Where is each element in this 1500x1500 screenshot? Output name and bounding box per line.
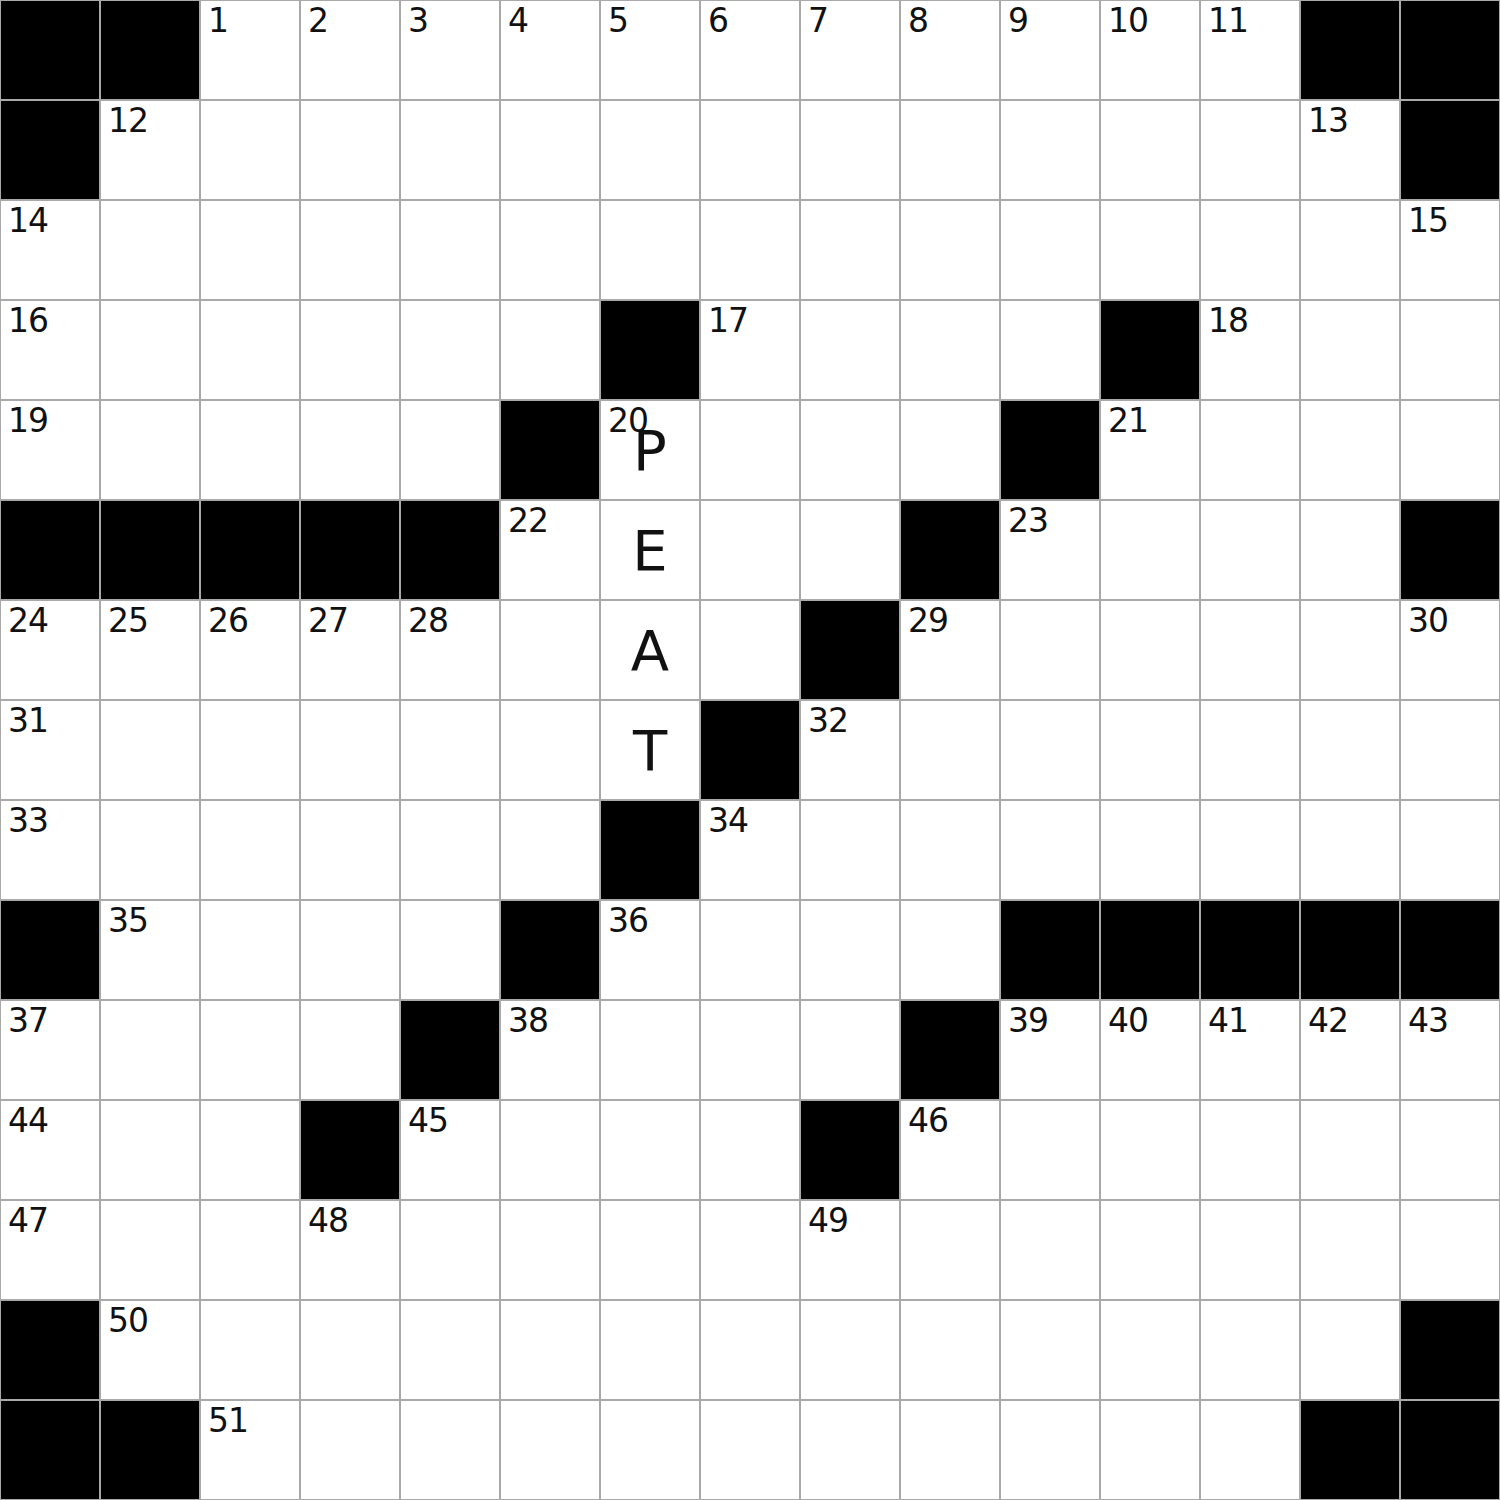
cell-r4-c14[interactable]: [1300, 300, 1400, 400]
cell-r10-c2[interactable]: 35: [100, 900, 200, 1000]
cell-r12-c12[interactable]: [1100, 1100, 1200, 1200]
cell-r11-c3[interactable]: [200, 1000, 300, 1100]
cell-r2-c3[interactable]: [200, 100, 300, 200]
clue-number: 36: [608, 904, 648, 939]
cell-r11-c12[interactable]: 40: [1100, 1000, 1200, 1100]
cell-r8-c13[interactable]: [1200, 700, 1300, 800]
cell-r8-c14[interactable]: [1300, 700, 1400, 800]
cell-r12-c9: [800, 1100, 900, 1200]
cell-r1-c15: [1400, 0, 1500, 100]
clue-number: 17: [708, 304, 748, 339]
cell-r1-c5[interactable]: 3: [400, 0, 500, 100]
cell-r15-c14: [1300, 1400, 1400, 1500]
cell-r13-c2[interactable]: [100, 1200, 200, 1300]
cell-r2-c10[interactable]: [900, 100, 1000, 200]
cell-r4-c13[interactable]: 18: [1200, 300, 1300, 400]
cell-r12-c5[interactable]: 45: [400, 1100, 500, 1200]
cell-r9-c2[interactable]: [100, 800, 200, 900]
cell-r11-c8[interactable]: [700, 1000, 800, 1100]
cell-r11-c14[interactable]: 42: [1300, 1000, 1400, 1100]
cell-r6-c14[interactable]: [1300, 500, 1400, 600]
cell-r15-c13[interactable]: [1200, 1400, 1300, 1500]
cell-r13-c15[interactable]: [1400, 1200, 1500, 1300]
cell-r11-c11[interactable]: 39: [1000, 1000, 1100, 1100]
cell-r10-c3[interactable]: [200, 900, 300, 1000]
cell-r12-c1[interactable]: 44: [0, 1100, 100, 1200]
cell-r3-c4[interactable]: [300, 200, 400, 300]
cell-r12-c13[interactable]: [1200, 1100, 1300, 1200]
cell-r11-c7[interactable]: [600, 1000, 700, 1100]
cell-r8-c11[interactable]: [1000, 700, 1100, 800]
cell-r1-c14: [1300, 0, 1400, 100]
cell-r13-c7[interactable]: [600, 1200, 700, 1300]
cell-r13-c3[interactable]: [200, 1200, 300, 1300]
cell-r9-c12[interactable]: [1100, 800, 1200, 900]
clue-number: 49: [808, 1204, 848, 1239]
cell-r9-c9[interactable]: [800, 800, 900, 900]
cell-r8-c4[interactable]: [300, 700, 400, 800]
cell-r3-c12[interactable]: [1100, 200, 1200, 300]
clue-number: 50: [108, 1304, 148, 1339]
clue-number: 44: [8, 1104, 48, 1139]
cell-r3-c3[interactable]: [200, 200, 300, 300]
cell-r12-c4: [300, 1100, 400, 1200]
clue-number: 13: [1308, 104, 1348, 139]
cell-r9-c3[interactable]: [200, 800, 300, 900]
cell-r14-c8[interactable]: [700, 1300, 800, 1400]
cell-r15-c15: [1400, 1400, 1500, 1500]
cell-r14-c14[interactable]: [1300, 1300, 1400, 1400]
cell-r7-c9: [800, 600, 900, 700]
clue-number: 40: [1108, 1004, 1148, 1039]
cell-r8-c10[interactable]: [900, 700, 1000, 800]
clue-number: 11: [1208, 4, 1248, 39]
cell-r5-c3[interactable]: [200, 400, 300, 500]
cell-r12-c3[interactable]: [200, 1100, 300, 1200]
cell-r11-c6[interactable]: 38: [500, 1000, 600, 1100]
clue-number: 41: [1208, 1004, 1248, 1039]
cell-r7-c1[interactable]: 24: [0, 600, 100, 700]
cell-r1-c9[interactable]: 7: [800, 0, 900, 100]
cell-r14-c6[interactable]: [500, 1300, 600, 1400]
cell-r6-c15: [1400, 500, 1500, 600]
cell-r6-c12[interactable]: [1100, 500, 1200, 600]
cell-r15-c2: [100, 1400, 200, 1500]
cell-r8-c6[interactable]: [500, 700, 600, 800]
clue-number: 9: [1008, 4, 1028, 39]
cell-r6-c9[interactable]: [800, 500, 900, 600]
clue-number: 32: [808, 704, 848, 739]
clue-number: 21: [1108, 404, 1148, 439]
cell-r5-c9[interactable]: [800, 400, 900, 500]
cell-r1-c4[interactable]: 2: [300, 0, 400, 100]
cell-r2-c9[interactable]: [800, 100, 900, 200]
cell-r10-c15: [1400, 900, 1500, 1000]
cell-r10-c5[interactable]: [400, 900, 500, 1000]
cell-r5-c12[interactable]: 21: [1100, 400, 1200, 500]
cell-r7-c13[interactable]: [1200, 600, 1300, 700]
cell-r9-c1[interactable]: 33: [0, 800, 100, 900]
cell-r8-c3[interactable]: [200, 700, 300, 800]
cell-r10-c10[interactable]: [900, 900, 1000, 1000]
cell-r13-c9[interactable]: 49: [800, 1200, 900, 1300]
cell-r15-c7[interactable]: [600, 1400, 700, 1500]
cell-r11-c2[interactable]: [100, 1000, 200, 1100]
cell-r9-c5[interactable]: [400, 800, 500, 900]
cell-r13-c4[interactable]: 48: [300, 1200, 400, 1300]
cell-r3-c15[interactable]: 15: [1400, 200, 1500, 300]
clue-number: 28: [408, 604, 448, 639]
cell-r9-c11[interactable]: [1000, 800, 1100, 900]
cell-r10-c4[interactable]: [300, 900, 400, 1000]
cell-r13-c12[interactable]: [1100, 1200, 1200, 1300]
cell-r3-c13[interactable]: [1200, 200, 1300, 300]
cell-r12-c11[interactable]: [1000, 1100, 1100, 1200]
cell-r4-c2[interactable]: [100, 300, 200, 400]
clue-number: 31: [8, 704, 48, 739]
cell-r15-c8[interactable]: [700, 1400, 800, 1500]
cell-r7-c6[interactable]: [500, 600, 600, 700]
cell-r6-c8[interactable]: [700, 500, 800, 600]
cell-r6-c2: [100, 500, 200, 600]
clue-number: 4: [508, 4, 528, 39]
cell-r5-c15[interactable]: [1400, 400, 1500, 500]
cell-r3-c8[interactable]: [700, 200, 800, 300]
cell-r3-c1[interactable]: 14: [0, 200, 100, 300]
cell-r3-c5[interactable]: [400, 200, 500, 300]
cell-r8-c8: [700, 700, 800, 800]
cell-r15-c12[interactable]: [1100, 1400, 1200, 1500]
cell-r4-c7: [600, 300, 700, 400]
cell-r4-c5[interactable]: [400, 300, 500, 400]
cell-r13-c1[interactable]: 47: [0, 1200, 100, 1300]
cell-r6-c10: [900, 500, 1000, 600]
clue-number: 42: [1308, 1004, 1348, 1039]
cell-r15-c11[interactable]: [1000, 1400, 1100, 1500]
cell-r11-c13[interactable]: 41: [1200, 1000, 1300, 1100]
cell-r6-c7[interactable]: E: [600, 500, 700, 600]
cell-r7-c12[interactable]: [1100, 600, 1200, 700]
cell-r6-c11[interactable]: 23: [1000, 500, 1100, 600]
cell-r11-c10: [900, 1000, 1000, 1100]
cell-r10-c9[interactable]: [800, 900, 900, 1000]
clue-number: 45: [408, 1104, 448, 1139]
cell-r1-c10[interactable]: 8: [900, 0, 1000, 100]
cell-r9-c7: [600, 800, 700, 900]
clue-number: 5: [608, 4, 628, 39]
cell-r10-c11: [1000, 900, 1100, 1000]
cell-r9-c8[interactable]: 34: [700, 800, 800, 900]
cell-r10-c6: [500, 900, 600, 1000]
cell-r1-c12[interactable]: 10: [1100, 0, 1200, 100]
clue-number: 35: [108, 904, 148, 939]
cell-r5-c14[interactable]: [1300, 400, 1400, 500]
cell-r3-c7[interactable]: [600, 200, 700, 300]
clue-number: 51: [208, 1404, 248, 1439]
cell-r10-c12: [1100, 900, 1200, 1000]
cell-r10-c7[interactable]: 36: [600, 900, 700, 1000]
clue-number: 47: [8, 1204, 48, 1239]
clue-number: 10: [1108, 4, 1148, 39]
cell-r3-c2[interactable]: [100, 200, 200, 300]
cell-r2-c4[interactable]: [300, 100, 400, 200]
cell-r5-c8[interactable]: [700, 400, 800, 500]
cell-r15-c9[interactable]: [800, 1400, 900, 1500]
cell-r6-c3: [200, 500, 300, 600]
cell-r1-c7[interactable]: 5: [600, 0, 700, 100]
cell-r14-c11[interactable]: [1000, 1300, 1100, 1400]
clue-number: 34: [708, 804, 748, 839]
cell-r8-c12[interactable]: [1100, 700, 1200, 800]
cell-r15-c1: [0, 1400, 100, 1500]
cell-r5-c7[interactable]: 20P: [600, 400, 700, 500]
clue-number: 3: [408, 4, 428, 39]
clue-number: 33: [8, 804, 48, 839]
cell-r7-c5[interactable]: 28: [400, 600, 500, 700]
cell-letter: E: [600, 500, 700, 600]
cell-r5-c1[interactable]: 19: [0, 400, 100, 500]
cell-r2-c11[interactable]: [1000, 100, 1100, 200]
cell-r4-c3[interactable]: [200, 300, 300, 400]
cell-r2-c7[interactable]: [600, 100, 700, 200]
cell-r2-c13[interactable]: [1200, 100, 1300, 200]
clue-number: 48: [308, 1204, 348, 1239]
cell-letter: T: [600, 700, 700, 800]
cell-r7-c4[interactable]: 27: [300, 600, 400, 700]
cell-r10-c8[interactable]: [700, 900, 800, 1000]
clue-number: 39: [1008, 1004, 1048, 1039]
cell-r14-c3[interactable]: [200, 1300, 300, 1400]
cell-r9-c4[interactable]: [300, 800, 400, 900]
cell-r5-c13[interactable]: [1200, 400, 1300, 500]
cell-r8-c5[interactable]: [400, 700, 500, 800]
clue-number: 14: [8, 204, 48, 239]
cell-r14-c9[interactable]: [800, 1300, 900, 1400]
cell-r5-c4[interactable]: [300, 400, 400, 500]
cell-r14-c1: [0, 1300, 100, 1400]
clue-number: 6: [708, 4, 728, 39]
cell-r7-c8[interactable]: [700, 600, 800, 700]
cell-r7-c7[interactable]: A: [600, 600, 700, 700]
cell-r4-c1[interactable]: 16: [0, 300, 100, 400]
cell-r3-c9[interactable]: [800, 200, 900, 300]
clue-number: 8: [908, 4, 928, 39]
cell-r5-c10[interactable]: [900, 400, 1000, 500]
clue-number: 43: [1408, 1004, 1448, 1039]
clue-number: 37: [8, 1004, 48, 1039]
cell-r4-c8[interactable]: 17: [700, 300, 800, 400]
cell-r13-c13[interactable]: [1200, 1200, 1300, 1300]
clue-number: 30: [1408, 604, 1448, 639]
crossword-grid: 1234567891011121314151617181920P2122E232…: [0, 0, 1500, 1500]
cell-r6-c1: [0, 500, 100, 600]
clue-number: 38: [508, 1004, 548, 1039]
cell-r1-c1: [0, 0, 100, 100]
cell-r13-c11[interactable]: [1000, 1200, 1100, 1300]
clue-number: 2: [308, 4, 328, 39]
cell-r14-c4[interactable]: [300, 1300, 400, 1400]
clue-number: 12: [108, 104, 148, 139]
cell-r2-c14[interactable]: 13: [1300, 100, 1400, 200]
cell-r10-c14: [1300, 900, 1400, 1000]
cell-r8-c15[interactable]: [1400, 700, 1500, 800]
cell-r14-c7[interactable]: [600, 1300, 700, 1400]
cell-r13-c6[interactable]: [500, 1200, 600, 1300]
cell-r5-c6: [500, 400, 600, 500]
cell-r12-c7[interactable]: [600, 1100, 700, 1200]
cell-r11-c5: [400, 1000, 500, 1100]
cell-r7-c15[interactable]: 30: [1400, 600, 1500, 700]
cell-r12-c6[interactable]: [500, 1100, 600, 1200]
cell-r6-c6[interactable]: 22: [500, 500, 600, 600]
cell-r9-c13[interactable]: [1200, 800, 1300, 900]
cell-r11-c4[interactable]: [300, 1000, 400, 1100]
clue-number: 7: [808, 4, 828, 39]
cell-r13-c10[interactable]: [900, 1200, 1000, 1300]
cell-r6-c13[interactable]: [1200, 500, 1300, 600]
clue-number: 29: [908, 604, 948, 639]
cell-r15-c6[interactable]: [500, 1400, 600, 1500]
cell-r14-c5[interactable]: [400, 1300, 500, 1400]
clue-number: 24: [8, 604, 48, 639]
cell-r5-c5[interactable]: [400, 400, 500, 500]
clue-number: 26: [208, 604, 248, 639]
clue-number: 1: [208, 4, 228, 39]
cell-r12-c2[interactable]: [100, 1100, 200, 1200]
cell-r1-c8[interactable]: 6: [700, 0, 800, 100]
cell-r9-c14[interactable]: [1300, 800, 1400, 900]
cell-r14-c12[interactable]: [1100, 1300, 1200, 1400]
cell-r8-c2[interactable]: [100, 700, 200, 800]
cell-r11-c1[interactable]: 37: [0, 1000, 100, 1100]
cell-r13-c8[interactable]: [700, 1200, 800, 1300]
cell-r6-c5: [400, 500, 500, 600]
clue-number: 46: [908, 1104, 948, 1139]
cell-r7-c2[interactable]: 25: [100, 600, 200, 700]
clue-number: 18: [1208, 304, 1248, 339]
cell-r4-c10[interactable]: [900, 300, 1000, 400]
clue-number: 15: [1408, 204, 1448, 239]
cell-r2-c12[interactable]: [1100, 100, 1200, 200]
cell-r12-c14[interactable]: [1300, 1100, 1400, 1200]
clue-number: 19: [8, 404, 48, 439]
cell-r14-c13[interactable]: [1200, 1300, 1300, 1400]
cell-r15-c4[interactable]: [300, 1400, 400, 1500]
cell-r9-c6[interactable]: [500, 800, 600, 900]
cell-r2-c2[interactable]: 12: [100, 100, 200, 200]
cell-r10-c13: [1200, 900, 1300, 1000]
cell-r15-c10[interactable]: [900, 1400, 1000, 1500]
cell-r3-c11[interactable]: [1000, 200, 1100, 300]
cell-r2-c8[interactable]: [700, 100, 800, 200]
cell-r11-c9[interactable]: [800, 1000, 900, 1100]
cell-r9-c15[interactable]: [1400, 800, 1500, 900]
cell-r1-c3[interactable]: 1: [200, 0, 300, 100]
cell-r12-c15[interactable]: [1400, 1100, 1500, 1200]
cell-r4-c4[interactable]: [300, 300, 400, 400]
cell-r8-c1[interactable]: 31: [0, 700, 100, 800]
cell-r9-c10[interactable]: [900, 800, 1000, 900]
cell-r1-c11[interactable]: 9: [1000, 0, 1100, 100]
cell-r3-c6[interactable]: [500, 200, 600, 300]
cell-r13-c5[interactable]: [400, 1200, 500, 1300]
cell-r8-c7[interactable]: T: [600, 700, 700, 800]
cell-r14-c2[interactable]: 50: [100, 1300, 200, 1400]
cell-r4-c12: [1100, 300, 1200, 400]
cell-r2-c1: [0, 100, 100, 200]
cell-r14-c15: [1400, 1300, 1500, 1400]
cell-r11-c15[interactable]: 43: [1400, 1000, 1500, 1100]
cell-r1-c6[interactable]: 4: [500, 0, 600, 100]
clue-number: 23: [1008, 504, 1048, 539]
cell-r4-c15[interactable]: [1400, 300, 1500, 400]
cell-r12-c8[interactable]: [700, 1100, 800, 1200]
cell-r10-c1: [0, 900, 100, 1000]
cell-r2-c5[interactable]: [400, 100, 500, 200]
cell-r7-c10[interactable]: 29: [900, 600, 1000, 700]
cell-r8-c9[interactable]: 32: [800, 700, 900, 800]
cell-r5-c11: [1000, 400, 1100, 500]
cell-r2-c6[interactable]: [500, 100, 600, 200]
cell-r3-c10[interactable]: [900, 200, 1000, 300]
cell-r6-c4: [300, 500, 400, 600]
clue-number: 16: [8, 304, 48, 339]
cell-r4-c11[interactable]: [1000, 300, 1100, 400]
cell-r1-c2: [100, 0, 200, 100]
cell-letter: P: [600, 400, 700, 500]
clue-number: 27: [308, 604, 348, 639]
cell-r3-c14[interactable]: [1300, 200, 1400, 300]
clue-number: 22: [508, 504, 548, 539]
cell-r1-c13[interactable]: 11: [1200, 0, 1300, 100]
cell-letter: A: [600, 600, 700, 700]
cell-r4-c6[interactable]: [500, 300, 600, 400]
cell-r7-c11[interactable]: [1000, 600, 1100, 700]
cell-r12-c10[interactable]: 46: [900, 1100, 1000, 1200]
cell-r5-c2[interactable]: [100, 400, 200, 500]
cell-r7-c3[interactable]: 26: [200, 600, 300, 700]
cell-r14-c10[interactable]: [900, 1300, 1000, 1400]
clue-number: 25: [108, 604, 148, 639]
cell-r2-c15: [1400, 100, 1500, 200]
cell-r7-c14[interactable]: [1300, 600, 1400, 700]
cell-r13-c14[interactable]: [1300, 1200, 1400, 1300]
cell-r15-c3[interactable]: 51: [200, 1400, 300, 1500]
cell-r4-c9[interactable]: [800, 300, 900, 400]
cell-r15-c5[interactable]: [400, 1400, 500, 1500]
